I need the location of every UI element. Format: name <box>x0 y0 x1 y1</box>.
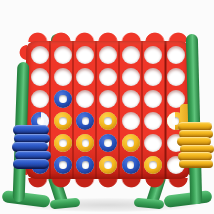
board-cell-c5-r5 <box>119 132 142 154</box>
board-cell-c5-r4 <box>119 110 142 132</box>
board-cell-c1-r3 <box>29 88 52 110</box>
hole <box>54 90 72 108</box>
board-cell-c4-r1 <box>97 44 120 66</box>
board-cell-c5-r2 <box>119 66 142 88</box>
ring-center-hole <box>104 117 112 125</box>
board-cell-c3-r2 <box>74 66 97 88</box>
hole <box>99 68 117 86</box>
board-cell-c2-r1 <box>52 44 75 66</box>
hole <box>76 68 94 86</box>
board-cell-c7-r2 <box>164 66 187 88</box>
board-cell-c5-r6 <box>119 154 142 176</box>
ring-center-hole <box>59 95 67 103</box>
hole <box>76 112 94 130</box>
blue-ring-piece <box>122 156 140 174</box>
blue-ring-piece <box>54 90 72 108</box>
board-cell-c4-r5 <box>97 132 120 154</box>
ring-center-hole <box>82 161 90 169</box>
hole <box>54 112 72 130</box>
hole <box>31 68 49 86</box>
yellow-spare-ring <box>179 160 213 169</box>
hole <box>54 46 72 64</box>
ring-center-hole <box>127 139 135 147</box>
board-cell-c2-r5 <box>52 132 75 154</box>
hole <box>99 156 117 174</box>
hole <box>167 68 185 86</box>
blue-ring-stack <box>13 126 49 169</box>
board-grid <box>26 41 190 179</box>
ring-center-hole <box>59 139 67 147</box>
ring-center-hole <box>82 139 90 147</box>
yellow-ring-stack <box>178 123 212 168</box>
ring-center-hole <box>59 117 67 125</box>
hole <box>122 46 140 64</box>
yellow-ring-piece <box>99 156 117 174</box>
ring-center-hole <box>104 139 112 147</box>
hole <box>31 90 49 108</box>
board-cell-c6-r1 <box>142 44 165 66</box>
blue-ring-piece <box>76 112 94 130</box>
ring-center-hole <box>59 161 67 169</box>
board-cell-c6-r5 <box>142 132 165 154</box>
hole <box>31 46 49 64</box>
hole <box>144 46 162 64</box>
hole <box>54 134 72 152</box>
board-cell-c2-r3 <box>52 88 75 110</box>
board-cell-c1-r1 <box>29 44 52 66</box>
board-cell-c1-r2 <box>29 66 52 88</box>
board-bottom-scallops <box>26 178 190 188</box>
giant-connect-four-photo <box>0 0 214 214</box>
yellow-ring-piece <box>54 134 72 152</box>
yellow-ring-piece <box>54 112 72 130</box>
board-cell-c6-r3 <box>142 88 165 110</box>
ring-center-hole <box>82 117 90 125</box>
yellow-ring-piece <box>76 134 94 152</box>
board-cell-c3-r6 <box>74 154 97 176</box>
blue-ring-piece <box>76 156 94 174</box>
board-cell-c4-r6 <box>97 154 120 176</box>
hole <box>54 156 72 174</box>
board-cell-c3-r1 <box>74 44 97 66</box>
board-cell-c5-r1 <box>119 44 142 66</box>
parallax-glare <box>167 112 176 130</box>
blue-ring-piece <box>99 134 117 152</box>
hole <box>122 112 140 130</box>
hole <box>99 134 117 152</box>
ring-center-hole <box>149 161 157 169</box>
hole <box>144 68 162 86</box>
hole <box>122 156 140 174</box>
hole <box>76 46 94 64</box>
board-cell-c4-r3 <box>97 88 120 110</box>
ring-center-hole <box>104 161 112 169</box>
yellow-ring-piece <box>122 134 140 152</box>
hole <box>99 46 117 64</box>
hole <box>99 90 117 108</box>
hole <box>54 68 72 86</box>
board-cell-c6-r6 <box>142 154 165 176</box>
board-cell-c4-r2 <box>97 66 120 88</box>
yellow-ring-piece <box>144 156 162 174</box>
hole <box>144 112 162 130</box>
hole <box>144 156 162 174</box>
board-cell-c6-r2 <box>142 66 165 88</box>
hole <box>76 90 94 108</box>
board-cell-c4-r4 <box>97 110 120 132</box>
hole <box>76 134 94 152</box>
blue-ring-piece <box>54 156 72 174</box>
hole <box>167 46 185 64</box>
hole <box>99 112 117 130</box>
yellow-ring-piece <box>99 112 117 130</box>
board-cell-c2-r4 <box>52 110 75 132</box>
hole <box>122 134 140 152</box>
board-cell-c2-r6 <box>52 154 75 176</box>
hole <box>122 68 140 86</box>
board-cell-c5-r3 <box>119 88 142 110</box>
board-cell-c7-r1 <box>164 44 187 66</box>
board-cell-c3-r5 <box>74 132 97 154</box>
hole <box>144 90 162 108</box>
board-cell-c3-r4 <box>74 110 97 132</box>
board-cell-c2-r2 <box>52 66 75 88</box>
board-cell-c6-r4 <box>142 110 165 132</box>
ring-center-hole <box>127 161 135 169</box>
blue-spare-ring <box>13 159 49 169</box>
board-cell-c3-r3 <box>74 88 97 110</box>
hole <box>144 134 162 152</box>
hole <box>76 156 94 174</box>
hole <box>122 90 140 108</box>
